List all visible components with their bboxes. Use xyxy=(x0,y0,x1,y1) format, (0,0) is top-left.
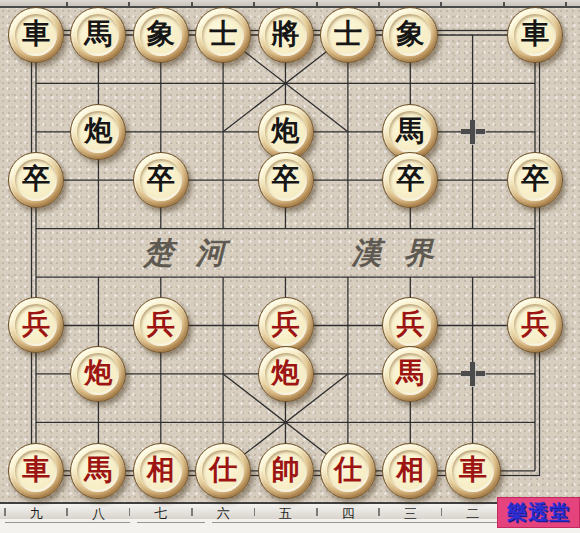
point-f6-r3[interactable] xyxy=(317,108,379,156)
piece-black-chariot[interactable]: 車 xyxy=(507,7,563,63)
point-f8-r9[interactable] xyxy=(442,398,504,446)
piece-red-cannon[interactable]: 炮 xyxy=(70,346,126,402)
point-f8-r2[interactable] xyxy=(442,59,504,107)
piece-face: 馬 xyxy=(389,111,431,153)
piece-glyph: 車 xyxy=(521,20,549,48)
point-f9-r1[interactable]: 車 xyxy=(504,11,566,59)
piece-black-advisor[interactable]: 士 xyxy=(195,7,251,63)
point-f7-r5[interactable] xyxy=(379,204,441,252)
point-f4-r2[interactable] xyxy=(192,59,254,107)
point-f7-r6[interactable] xyxy=(379,253,441,301)
file-label-6: 四 xyxy=(342,505,355,523)
piece-glyph: 兵 xyxy=(22,310,50,338)
point-f6-r1[interactable]: 士 xyxy=(317,11,379,59)
piece-glyph: 兵 xyxy=(521,310,549,338)
piece-red-chariot[interactable]: 車 xyxy=(445,443,501,499)
point-f6-r9[interactable] xyxy=(317,398,379,446)
point-f9-r10[interactable] xyxy=(504,446,566,494)
piece-glyph: 馬 xyxy=(396,117,424,145)
point-f9-r6[interactable] xyxy=(504,253,566,301)
point-f6-r7[interactable] xyxy=(317,301,379,349)
lotto-hall-watermark: 樂透堂 xyxy=(497,497,580,528)
piece-glyph: 炮 xyxy=(272,359,300,387)
piece-face: 仕 xyxy=(327,450,369,492)
piece-black-elephant[interactable]: 象 xyxy=(133,7,189,63)
point-f3-r8[interactable] xyxy=(130,350,192,398)
piece-glyph: 象 xyxy=(147,20,175,48)
panel-divider-segment xyxy=(137,522,205,523)
point-f9-r5[interactable] xyxy=(504,204,566,252)
point-f3-r3[interactable] xyxy=(130,108,192,156)
point-f3-r10[interactable]: 相 xyxy=(130,446,192,494)
file-label-2: 八 xyxy=(92,505,105,523)
piece-face: 兵 xyxy=(389,304,431,346)
point-f1-r3[interactable] xyxy=(5,108,67,156)
piece-glyph: 卒 xyxy=(147,165,175,193)
point-f6-r6[interactable] xyxy=(317,253,379,301)
piece-black-advisor[interactable]: 士 xyxy=(320,7,376,63)
point-f1-r5[interactable] xyxy=(5,204,67,252)
point-f2-r5[interactable] xyxy=(67,204,129,252)
file-label-3: 七 xyxy=(154,505,167,523)
piece-black-soldier[interactable]: 卒 xyxy=(8,152,64,208)
piece-face: 炮 xyxy=(265,353,307,395)
point-f8-r1[interactable] xyxy=(442,11,504,59)
piece-face: 卒 xyxy=(265,159,307,201)
piece-face: 車 xyxy=(15,14,57,56)
piece-face: 車 xyxy=(514,14,556,56)
point-f5-r1[interactable]: 將 xyxy=(254,11,316,59)
point-f5-r8[interactable]: 炮 xyxy=(254,350,316,398)
point-f1-r6[interactable] xyxy=(5,253,67,301)
point-f8-r6[interactable] xyxy=(442,253,504,301)
piece-glyph: 相 xyxy=(396,456,424,484)
piece-red-horse[interactable]: 馬 xyxy=(382,346,438,402)
piece-red-general[interactable]: 帥 xyxy=(258,443,314,499)
piece-black-elephant[interactable]: 象 xyxy=(382,7,438,63)
point-f5-r3[interactable]: 炮 xyxy=(254,108,316,156)
piece-face: 將 xyxy=(265,14,307,56)
point-f5-r7[interactable]: 兵 xyxy=(254,301,316,349)
point-f2-r3[interactable]: 炮 xyxy=(67,108,129,156)
piece-black-chariot[interactable]: 車 xyxy=(8,7,64,63)
point-f1-r8[interactable] xyxy=(5,350,67,398)
point-f4-r10[interactable]: 仕 xyxy=(192,446,254,494)
piece-glyph: 炮 xyxy=(84,117,112,145)
piece-face: 卒 xyxy=(15,159,57,201)
piece-black-soldier[interactable]: 卒 xyxy=(507,152,563,208)
point-f7-r8[interactable]: 馬 xyxy=(379,350,441,398)
piece-face: 士 xyxy=(202,14,244,56)
piece-glyph: 卒 xyxy=(396,165,424,193)
point-f3-r4[interactable]: 卒 xyxy=(130,156,192,204)
piece-red-advisor[interactable]: 仕 xyxy=(320,443,376,499)
last-move-cross-marker xyxy=(461,120,485,144)
point-f9-r4[interactable]: 卒 xyxy=(504,156,566,204)
point-f2-r2[interactable] xyxy=(67,59,129,107)
point-f8-r4[interactable] xyxy=(442,156,504,204)
point-f6-r8[interactable] xyxy=(317,350,379,398)
point-f1-r2[interactable] xyxy=(5,59,67,107)
piece-glyph: 兵 xyxy=(147,310,175,338)
piece-glyph: 兵 xyxy=(272,310,300,338)
file-label-7: 三 xyxy=(404,505,417,523)
piece-face: 車 xyxy=(15,450,57,492)
piece-face: 兵 xyxy=(15,304,57,346)
point-f2-r6[interactable] xyxy=(67,253,129,301)
point-f4-r9[interactable] xyxy=(192,398,254,446)
piece-glyph: 象 xyxy=(396,20,424,48)
file-label-row: 九八七六五四三二 xyxy=(0,502,580,519)
piece-glyph: 仕 xyxy=(209,456,237,484)
piece-glyph: 車 xyxy=(459,456,487,484)
point-f3-r2[interactable] xyxy=(130,59,192,107)
piece-glyph: 馬 xyxy=(396,359,424,387)
piece-red-advisor[interactable]: 仕 xyxy=(195,443,251,499)
piece-glyph: 兵 xyxy=(396,310,424,338)
piece-glyph: 馬 xyxy=(84,20,112,48)
point-f7-r4[interactable]: 卒 xyxy=(379,156,441,204)
piece-face: 帥 xyxy=(265,450,307,492)
point-f4-r5[interactable] xyxy=(192,204,254,252)
piece-glyph: 卒 xyxy=(272,165,300,193)
piece-face: 炮 xyxy=(77,111,119,153)
piece-glyph: 炮 xyxy=(84,359,112,387)
last-move-cross-marker xyxy=(461,362,485,386)
piece-black-horse[interactable]: 馬 xyxy=(70,7,126,63)
point-f8-r5[interactable] xyxy=(442,204,504,252)
point-f1-r1[interactable]: 車 xyxy=(5,11,67,59)
point-f4-r6[interactable] xyxy=(192,253,254,301)
point-f1-r7[interactable]: 兵 xyxy=(5,301,67,349)
piece-black-soldier[interactable]: 卒 xyxy=(382,152,438,208)
point-f5-r9[interactable] xyxy=(254,398,316,446)
piece-black-general[interactable]: 將 xyxy=(258,7,314,63)
piece-red-elephant[interactable]: 相 xyxy=(133,443,189,499)
piece-glyph: 將 xyxy=(272,20,300,48)
watermark-text: 樂透堂 xyxy=(507,499,570,526)
panel-divider-segment xyxy=(5,522,130,523)
point-f2-r7[interactable] xyxy=(67,301,129,349)
piece-face: 兵 xyxy=(514,304,556,346)
point-f9-r2[interactable] xyxy=(504,59,566,107)
point-f3-r6[interactable] xyxy=(130,253,192,301)
point-f8-r7[interactable] xyxy=(442,301,504,349)
piece-red-soldier[interactable]: 兵 xyxy=(507,297,563,353)
point-f6-r10[interactable]: 仕 xyxy=(317,446,379,494)
point-f1-r9[interactable] xyxy=(5,398,67,446)
xiangqi-board[interactable]: 楚河 漢界 車馬象士將士象車炮炮馬卒卒卒卒卒兵兵兵兵兵炮炮馬車馬相仕帥仕相車 xyxy=(0,8,580,502)
piece-red-soldier[interactable]: 兵 xyxy=(382,297,438,353)
piece-glyph: 卒 xyxy=(521,165,549,193)
point-f7-r9[interactable] xyxy=(379,398,441,446)
point-f7-r2[interactable] xyxy=(379,59,441,107)
point-f5-r6[interactable] xyxy=(254,253,316,301)
piece-face: 象 xyxy=(140,14,182,56)
piece-black-soldier[interactable]: 卒 xyxy=(133,152,189,208)
point-f5-r2[interactable] xyxy=(254,59,316,107)
piece-face: 兵 xyxy=(140,304,182,346)
piece-face: 馬 xyxy=(389,353,431,395)
piece-red-soldier[interactable]: 兵 xyxy=(258,297,314,353)
piece-face: 兵 xyxy=(265,304,307,346)
board-grid: 車馬象士將士象車炮炮馬卒卒卒卒卒兵兵兵兵兵炮炮馬車馬相仕帥仕相車 xyxy=(5,11,567,495)
piece-face: 馬 xyxy=(77,14,119,56)
piece-face: 卒 xyxy=(514,159,556,201)
point-f7-r1[interactable]: 象 xyxy=(379,11,441,59)
point-f4-r4[interactable] xyxy=(192,156,254,204)
piece-glyph: 仕 xyxy=(334,456,362,484)
piece-red-cannon[interactable]: 炮 xyxy=(258,346,314,402)
point-f2-r1[interactable]: 馬 xyxy=(67,11,129,59)
piece-face: 炮 xyxy=(265,111,307,153)
point-f4-r1[interactable]: 士 xyxy=(192,11,254,59)
point-f2-r4[interactable] xyxy=(67,156,129,204)
piece-face: 士 xyxy=(327,14,369,56)
point-f6-r2[interactable] xyxy=(317,59,379,107)
point-f3-r9[interactable] xyxy=(130,398,192,446)
piece-glyph: 車 xyxy=(22,20,50,48)
piece-face: 炮 xyxy=(77,353,119,395)
point-f9-r8[interactable] xyxy=(504,350,566,398)
piece-face: 相 xyxy=(389,450,431,492)
file-label-5: 五 xyxy=(279,505,292,523)
point-f5-r5[interactable] xyxy=(254,204,316,252)
point-f9-r3[interactable] xyxy=(504,108,566,156)
point-f2-r8[interactable]: 炮 xyxy=(67,350,129,398)
piece-red-soldier[interactable]: 兵 xyxy=(133,297,189,353)
piece-glyph: 炮 xyxy=(272,117,300,145)
piece-face: 卒 xyxy=(140,159,182,201)
point-f5-r10[interactable]: 帥 xyxy=(254,446,316,494)
point-f5-r4[interactable]: 卒 xyxy=(254,156,316,204)
piece-face: 馬 xyxy=(77,450,119,492)
point-f3-r7[interactable]: 兵 xyxy=(130,301,192,349)
point-f6-r5[interactable] xyxy=(317,204,379,252)
point-f8-r10[interactable]: 車 xyxy=(442,446,504,494)
point-f2-r10[interactable]: 馬 xyxy=(67,446,129,494)
piece-black-cannon[interactable]: 炮 xyxy=(70,104,126,160)
point-f7-r3[interactable]: 馬 xyxy=(379,108,441,156)
point-f4-r3[interactable] xyxy=(192,108,254,156)
xiangqi-app-window: 楚河 漢界 車馬象士將士象車炮炮馬卒卒卒卒卒兵兵兵兵兵炮炮馬車馬相仕帥仕相車 九… xyxy=(0,0,580,533)
piece-red-chariot[interactable]: 車 xyxy=(8,443,64,499)
piece-face: 象 xyxy=(389,14,431,56)
file-label-8: 二 xyxy=(466,505,479,523)
piece-face: 相 xyxy=(140,450,182,492)
point-f9-r7[interactable]: 兵 xyxy=(504,301,566,349)
point-f2-r9[interactable] xyxy=(67,398,129,446)
point-f1-r10[interactable]: 車 xyxy=(5,446,67,494)
piece-face: 車 xyxy=(452,450,494,492)
piece-face: 卒 xyxy=(389,159,431,201)
piece-glyph: 車 xyxy=(22,456,50,484)
piece-glyph: 士 xyxy=(334,20,362,48)
piece-red-elephant[interactable]: 相 xyxy=(382,443,438,499)
piece-red-soldier[interactable]: 兵 xyxy=(8,297,64,353)
point-f4-r8[interactable] xyxy=(192,350,254,398)
point-f7-r10[interactable]: 相 xyxy=(379,446,441,494)
file-label-1: 九 xyxy=(30,505,43,523)
point-f3-r5[interactable] xyxy=(130,204,192,252)
piece-red-horse[interactable]: 馬 xyxy=(70,443,126,499)
point-f1-r4[interactable]: 卒 xyxy=(5,156,67,204)
piece-glyph: 相 xyxy=(147,456,175,484)
piece-face: 仕 xyxy=(202,450,244,492)
point-f7-r7[interactable]: 兵 xyxy=(379,301,441,349)
file-label-4: 六 xyxy=(217,505,230,523)
piece-glyph: 卒 xyxy=(22,165,50,193)
point-f4-r7[interactable] xyxy=(192,301,254,349)
piece-glyph: 帥 xyxy=(272,456,300,484)
piece-glyph: 士 xyxy=(209,20,237,48)
point-f3-r1[interactable]: 象 xyxy=(130,11,192,59)
piece-black-soldier[interactable]: 卒 xyxy=(258,152,314,208)
point-f9-r9[interactable] xyxy=(504,398,566,446)
piece-glyph: 馬 xyxy=(84,456,112,484)
point-f6-r4[interactable] xyxy=(317,156,379,204)
